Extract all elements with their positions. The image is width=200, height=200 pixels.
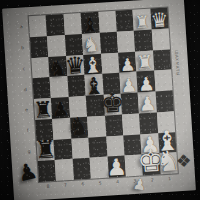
square-c2	[135, 50, 154, 72]
square-f6	[70, 117, 89, 139]
bottom-edge-label-1: 1	[168, 176, 171, 181]
bottom-edge-label-3: 3	[133, 178, 136, 183]
square-c4	[101, 52, 120, 74]
square-f4	[105, 114, 124, 136]
square-a6	[63, 13, 82, 35]
square-b2	[134, 29, 153, 51]
left-edge-label-h: h	[29, 169, 32, 174]
bottom-edge-label-5: 5	[99, 181, 102, 186]
square-d1	[154, 70, 173, 92]
square-f8	[35, 119, 54, 141]
square-g5	[89, 136, 108, 158]
square-d4	[102, 73, 121, 95]
square-b7	[47, 35, 66, 57]
square-b8	[30, 36, 49, 58]
square-c6	[66, 54, 85, 76]
square-h7	[55, 159, 74, 181]
square-a4	[98, 11, 117, 33]
left-edge-label-d: d	[24, 87, 27, 92]
square-e6	[69, 96, 88, 118]
square-g1	[158, 132, 177, 154]
square-h3	[125, 155, 144, 177]
square-f1	[157, 111, 176, 133]
square-g3	[123, 134, 142, 156]
square-g4	[106, 135, 125, 157]
square-a8	[29, 15, 48, 37]
square-h4	[107, 156, 126, 178]
square-g8	[36, 139, 55, 161]
bottom-edge-label-4: 4	[116, 179, 119, 184]
square-b3	[117, 30, 136, 52]
square-f5	[87, 115, 106, 137]
square-a1	[150, 8, 169, 30]
captured-white-piece-bottom-border: ♟	[132, 177, 148, 194]
square-c8	[31, 57, 50, 79]
square-d7	[50, 76, 69, 98]
chess-mat: ♛♜♞♝♟♜♟♟♟♟♝♟♚♞♝♞♛♝♟♜♚♞♜♟♟ 87654321abcdef…	[2, 0, 196, 200]
bottom-edge-label-6: 6	[81, 182, 84, 187]
square-h8	[38, 160, 57, 182]
left-edge-label-a: a	[20, 25, 23, 30]
left-edge-label-b: b	[21, 45, 24, 50]
square-b4	[99, 32, 118, 54]
photo-background: ♛♜♞♝♟♜♟♟♟♟♝♟♚♞♝♞♛♝♟♜♚♞♜♟♟ 87654321abcdef…	[0, 0, 200, 200]
left-edge-label-c: c	[23, 66, 26, 71]
square-d6	[67, 75, 86, 97]
left-edge-label-e: e	[25, 107, 28, 112]
square-h2	[142, 154, 161, 176]
square-a5	[81, 12, 100, 34]
square-d5	[85, 74, 104, 96]
square-e3	[121, 93, 140, 115]
bottom-edge-label-8: 8	[46, 184, 49, 189]
square-f2	[139, 112, 158, 134]
square-b6	[65, 34, 84, 56]
square-c3	[118, 51, 137, 73]
brand-text: ШАХМАТЫ	[174, 50, 181, 76]
left-edge-label-f: f	[27, 128, 29, 133]
square-h6	[72, 158, 91, 180]
square-f7	[53, 118, 72, 140]
square-e7	[51, 97, 70, 119]
square-c7	[49, 55, 68, 77]
square-a2	[133, 9, 152, 31]
left-edge-label-g: g	[28, 149, 31, 154]
bottom-edge-label-2: 2	[151, 177, 154, 182]
board-logo-icon: ❖	[176, 152, 192, 170]
bottom-edge-label-7: 7	[64, 183, 67, 188]
square-b1	[151, 28, 170, 50]
square-b5	[82, 33, 101, 55]
square-d2	[137, 71, 156, 93]
square-g2	[141, 133, 160, 155]
square-e2	[138, 91, 157, 113]
square-a3	[115, 10, 134, 32]
square-a7	[46, 14, 65, 36]
chess-board	[29, 8, 178, 182]
square-d8	[33, 77, 52, 99]
square-c5	[83, 53, 102, 75]
square-f3	[122, 113, 141, 135]
square-g6	[71, 137, 90, 159]
square-e8	[34, 98, 53, 120]
square-c1	[153, 49, 172, 71]
square-g7	[54, 138, 73, 160]
square-e4	[103, 94, 122, 116]
captured-black-piece-left-border: ♟	[15, 160, 39, 186]
square-d3	[119, 72, 138, 94]
square-e5	[86, 95, 105, 117]
square-h5	[90, 157, 109, 179]
square-e1	[155, 90, 174, 112]
